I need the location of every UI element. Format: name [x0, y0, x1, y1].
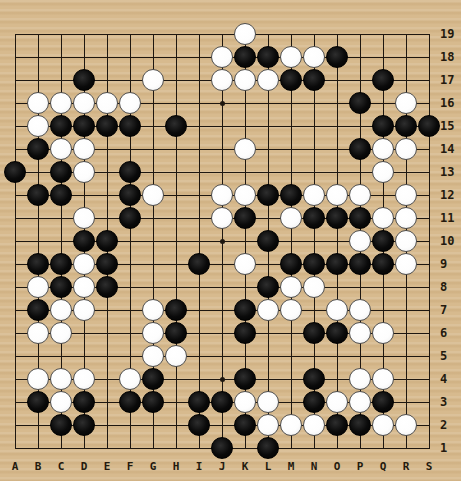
white-stone-F4 — [119, 368, 141, 390]
white-stone-C14 — [50, 138, 72, 160]
column-label-G: G — [150, 460, 157, 473]
white-stone-R10 — [395, 230, 417, 252]
black-stone-H15 — [165, 115, 187, 137]
white-stone-P10 — [349, 230, 371, 252]
white-stone-M11 — [280, 207, 302, 229]
column-label-F: F — [127, 460, 134, 473]
white-stone-D13 — [73, 161, 95, 183]
white-stone-R9 — [395, 253, 417, 275]
black-stone-L8 — [257, 276, 279, 298]
white-stone-G17 — [142, 69, 164, 91]
black-stone-P16 — [349, 92, 371, 114]
black-stone-C12 — [50, 184, 72, 206]
white-stone-J11 — [211, 207, 233, 229]
black-stone-J3 — [211, 391, 233, 413]
column-label-B: B — [35, 460, 42, 473]
column-label-H: H — [173, 460, 180, 473]
white-stone-B8 — [27, 276, 49, 298]
black-stone-L18 — [257, 46, 279, 68]
white-stone-D7 — [73, 299, 95, 321]
white-stone-N18 — [303, 46, 325, 68]
black-stone-N4 — [303, 368, 325, 390]
black-stone-K18 — [234, 46, 256, 68]
black-stone-K4 — [234, 368, 256, 390]
row-label-3: 3 — [440, 395, 447, 409]
white-stone-J12 — [211, 184, 233, 206]
white-stone-Q11 — [372, 207, 394, 229]
black-stone-Q3 — [372, 391, 394, 413]
white-stone-Q14 — [372, 138, 394, 160]
white-stone-C6 — [50, 322, 72, 344]
black-stone-C2 — [50, 414, 72, 436]
black-stone-Q9 — [372, 253, 394, 275]
black-stone-B12 — [27, 184, 49, 206]
column-label-Q: Q — [380, 460, 387, 473]
white-stone-E16 — [96, 92, 118, 114]
star-point-J16 — [220, 101, 225, 106]
column-label-A: A — [12, 460, 19, 473]
white-stone-Q2 — [372, 414, 394, 436]
column-label-P: P — [357, 460, 364, 473]
row-label-5: 5 — [440, 349, 447, 363]
black-stone-Q15 — [372, 115, 394, 137]
black-stone-E9 — [96, 253, 118, 275]
black-stone-F3 — [119, 391, 141, 413]
white-stone-D11 — [73, 207, 95, 229]
black-stone-I9 — [188, 253, 210, 275]
row-label-14: 14 — [440, 142, 454, 156]
black-stone-O2 — [326, 414, 348, 436]
black-stone-L1 — [257, 437, 279, 459]
white-stone-D9 — [73, 253, 95, 275]
black-stone-R15 — [395, 115, 417, 137]
row-label-19: 19 — [440, 27, 454, 41]
column-label-C: C — [58, 460, 65, 473]
column-label-D: D — [81, 460, 88, 473]
black-stone-D2 — [73, 414, 95, 436]
black-stone-Q10 — [372, 230, 394, 252]
black-stone-H7 — [165, 299, 187, 321]
column-label-N: N — [311, 460, 318, 473]
black-stone-F12 — [119, 184, 141, 206]
white-stone-G6 — [142, 322, 164, 344]
row-label-8: 8 — [440, 280, 447, 294]
black-stone-N9 — [303, 253, 325, 275]
white-stone-C4 — [50, 368, 72, 390]
star-point-J10 — [220, 239, 225, 244]
row-label-4: 4 — [440, 372, 447, 386]
black-stone-P11 — [349, 207, 371, 229]
row-label-2: 2 — [440, 418, 447, 432]
black-stone-P9 — [349, 253, 371, 275]
white-stone-D16 — [73, 92, 95, 114]
column-label-R: R — [403, 460, 410, 473]
star-point-J4 — [220, 377, 225, 382]
white-stone-H5 — [165, 345, 187, 367]
black-stone-F11 — [119, 207, 141, 229]
white-stone-O7 — [326, 299, 348, 321]
white-stone-R11 — [395, 207, 417, 229]
column-label-J: J — [219, 460, 226, 473]
black-stone-B14 — [27, 138, 49, 160]
row-label-10: 10 — [440, 234, 454, 248]
black-stone-K6 — [234, 322, 256, 344]
black-stone-F15 — [119, 115, 141, 137]
go-board-screenshot: ABCDEFGHIJKLMNOPQRS191817161514131211109… — [0, 0, 461, 481]
black-stone-M17 — [280, 69, 302, 91]
black-stone-O9 — [326, 253, 348, 275]
black-stone-E8 — [96, 276, 118, 298]
black-stone-D15 — [73, 115, 95, 137]
white-stone-M18 — [280, 46, 302, 68]
white-stone-M7 — [280, 299, 302, 321]
black-stone-G4 — [142, 368, 164, 390]
white-stone-K3 — [234, 391, 256, 413]
white-stone-O12 — [326, 184, 348, 206]
black-stone-O11 — [326, 207, 348, 229]
white-stone-C3 — [50, 391, 72, 413]
white-stone-B15 — [27, 115, 49, 137]
white-stone-B4 — [27, 368, 49, 390]
white-stone-L2 — [257, 414, 279, 436]
white-stone-P7 — [349, 299, 371, 321]
column-label-E: E — [104, 460, 111, 473]
white-stone-F16 — [119, 92, 141, 114]
black-stone-B3 — [27, 391, 49, 413]
white-stone-J18 — [211, 46, 233, 68]
black-stone-D3 — [73, 391, 95, 413]
white-stone-K14 — [234, 138, 256, 160]
white-stone-R16 — [395, 92, 417, 114]
black-stone-K2 — [234, 414, 256, 436]
black-stone-E10 — [96, 230, 118, 252]
white-stone-R14 — [395, 138, 417, 160]
black-stone-M9 — [280, 253, 302, 275]
white-stone-R12 — [395, 184, 417, 206]
black-stone-N3 — [303, 391, 325, 413]
white-stone-G12 — [142, 184, 164, 206]
black-stone-A13 — [4, 161, 26, 183]
white-stone-K19 — [234, 23, 256, 45]
white-stone-G5 — [142, 345, 164, 367]
black-stone-O18 — [326, 46, 348, 68]
black-stone-D10 — [73, 230, 95, 252]
row-label-7: 7 — [440, 303, 447, 317]
black-stone-B7 — [27, 299, 49, 321]
row-label-6: 6 — [440, 326, 447, 340]
black-stone-N6 — [303, 322, 325, 344]
white-stone-M2 — [280, 414, 302, 436]
row-label-12: 12 — [440, 188, 454, 202]
black-stone-H6 — [165, 322, 187, 344]
black-stone-I3 — [188, 391, 210, 413]
white-stone-R2 — [395, 414, 417, 436]
white-stone-C16 — [50, 92, 72, 114]
white-stone-K12 — [234, 184, 256, 206]
row-label-9: 9 — [440, 257, 447, 271]
black-stone-P14 — [349, 138, 371, 160]
white-stone-B16 — [27, 92, 49, 114]
white-stone-O3 — [326, 391, 348, 413]
row-label-13: 13 — [440, 165, 454, 179]
black-stone-S15 — [418, 115, 440, 137]
white-stone-J17 — [211, 69, 233, 91]
white-stone-P3 — [349, 391, 371, 413]
black-stone-N11 — [303, 207, 325, 229]
white-stone-C7 — [50, 299, 72, 321]
row-label-1: 1 — [440, 441, 447, 455]
black-stone-F13 — [119, 161, 141, 183]
column-label-I: I — [196, 460, 203, 473]
white-stone-B6 — [27, 322, 49, 344]
column-label-O: O — [334, 460, 341, 473]
row-label-18: 18 — [440, 50, 454, 64]
white-stone-D14 — [73, 138, 95, 160]
black-stone-O6 — [326, 322, 348, 344]
white-stone-N8 — [303, 276, 325, 298]
black-stone-J1 — [211, 437, 233, 459]
white-stone-K17 — [234, 69, 256, 91]
white-stone-D4 — [73, 368, 95, 390]
column-label-L: L — [265, 460, 272, 473]
white-stone-P4 — [349, 368, 371, 390]
row-label-16: 16 — [440, 96, 454, 110]
row-label-17: 17 — [440, 73, 454, 87]
white-stone-N2 — [303, 414, 325, 436]
row-label-15: 15 — [440, 119, 454, 133]
black-stone-P2 — [349, 414, 371, 436]
black-stone-L12 — [257, 184, 279, 206]
white-stone-L7 — [257, 299, 279, 321]
black-stone-G3 — [142, 391, 164, 413]
black-stone-K11 — [234, 207, 256, 229]
column-label-K: K — [242, 460, 249, 473]
black-stone-Q17 — [372, 69, 394, 91]
black-stone-I2 — [188, 414, 210, 436]
white-stone-D8 — [73, 276, 95, 298]
black-stone-C13 — [50, 161, 72, 183]
column-label-S: S — [426, 460, 433, 473]
white-stone-L17 — [257, 69, 279, 91]
black-stone-M12 — [280, 184, 302, 206]
black-stone-K7 — [234, 299, 256, 321]
black-stone-N17 — [303, 69, 325, 91]
black-stone-B9 — [27, 253, 49, 275]
white-stone-Q13 — [372, 161, 394, 183]
white-stone-P6 — [349, 322, 371, 344]
black-stone-C9 — [50, 253, 72, 275]
column-label-M: M — [288, 460, 295, 473]
white-stone-N12 — [303, 184, 325, 206]
white-stone-K9 — [234, 253, 256, 275]
row-label-11: 11 — [440, 211, 454, 225]
white-stone-G7 — [142, 299, 164, 321]
white-stone-P12 — [349, 184, 371, 206]
black-stone-D17 — [73, 69, 95, 91]
black-stone-C15 — [50, 115, 72, 137]
white-stone-L3 — [257, 391, 279, 413]
white-stone-Q4 — [372, 368, 394, 390]
black-stone-E15 — [96, 115, 118, 137]
white-stone-Q6 — [372, 322, 394, 344]
black-stone-C8 — [50, 276, 72, 298]
black-stone-L10 — [257, 230, 279, 252]
white-stone-M8 — [280, 276, 302, 298]
